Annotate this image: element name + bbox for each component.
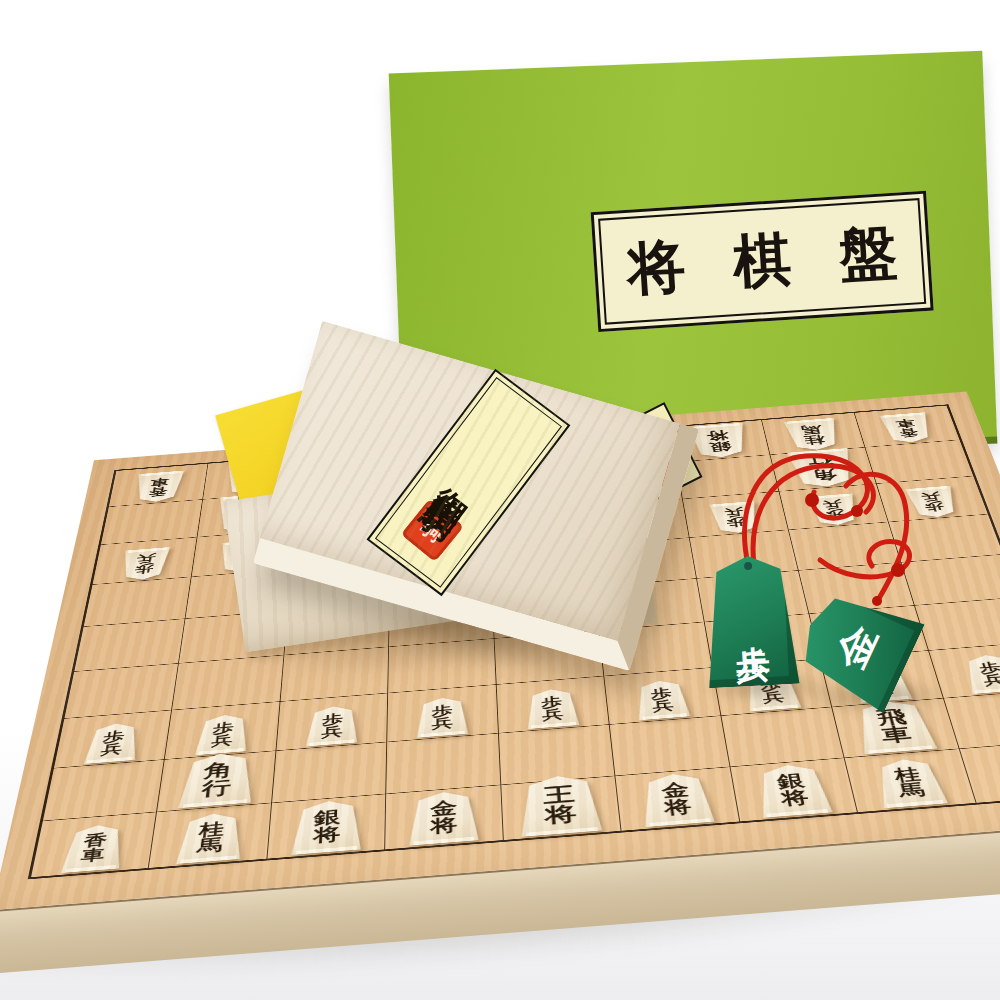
piece-face: 歩兵	[850, 662, 913, 703]
shogi-piece: 歩兵	[305, 704, 360, 746]
board-cell: 金将	[616, 767, 740, 831]
piece-face: 歩兵	[525, 687, 581, 729]
board-cell: 歩兵	[604, 668, 721, 725]
piece-face: 歩兵	[959, 653, 1000, 694]
board-cell: 銀将	[267, 794, 386, 859]
board-cell: 王将	[501, 776, 622, 840]
board-cell: 歩兵	[387, 685, 498, 743]
piece-face: 桂馬	[175, 811, 246, 864]
shogi-piece: 桂馬	[783, 418, 844, 452]
shogi-piece: 桂馬	[175, 811, 246, 864]
piece-face: 歩兵	[416, 696, 469, 738]
board-cell	[914, 597, 1000, 650]
shogi-piece: 歩兵	[806, 493, 862, 526]
piece-face: 歩兵	[806, 493, 862, 526]
shogi-piece: 金将	[638, 771, 717, 827]
shogi-piece: 歩兵	[416, 696, 469, 738]
shogi-piece: 歩兵	[83, 722, 143, 764]
shogi-piece: 銀将	[752, 762, 834, 818]
piece-face: 金将	[638, 771, 717, 827]
shogi-piece: 香車	[60, 823, 128, 873]
box-lid-title: 御将棋駒	[443, 459, 494, 506]
board-cell: 金将	[385, 785, 503, 849]
piece-face: 歩兵	[633, 679, 691, 721]
red-seal-stamp: 駒	[401, 499, 464, 562]
piece-face: 角行	[176, 751, 257, 809]
shogi-piece: 歩兵	[850, 662, 913, 703]
shogi-piece: 香車	[990, 750, 1000, 798]
piece-face: 香車	[60, 823, 128, 873]
shogi-piece: 歩兵	[118, 547, 171, 581]
board-cell	[721, 707, 845, 767]
shogi-piece: 金将	[408, 789, 481, 845]
shogi-set-photo: 将棋盤 香車桂馬銀将金将玉将金将銀将桂馬香車飛車角行歩兵歩兵歩兵歩兵歩兵歩兵歩兵…	[0, 0, 1000, 1000]
piece-face: 歩兵	[83, 722, 143, 764]
piece-face: 歩兵	[305, 704, 360, 746]
package-title: 将棋盤	[577, 211, 947, 312]
piece-face: 歩兵	[742, 670, 803, 711]
board-cell	[272, 742, 388, 803]
piece-face: 金将	[408, 789, 481, 845]
board-cell: 香車	[31, 812, 157, 877]
shogi-piece: 歩兵	[525, 687, 581, 729]
piece-face: 銀将	[290, 798, 364, 855]
board-cell: 桂馬	[149, 803, 272, 868]
shogi-piece: 銀将	[290, 798, 364, 855]
board-cell	[901, 555, 1000, 606]
piece-face: 歩兵	[904, 485, 962, 518]
board-cell	[610, 716, 730, 776]
piece-face: 桂馬	[783, 418, 844, 452]
piece-face: 香車	[878, 412, 936, 444]
board-cell	[387, 733, 502, 794]
shogi-piece: 歩兵	[904, 485, 962, 518]
piece-face: 銀将	[752, 762, 834, 818]
shogi-piece: 王将	[517, 773, 604, 837]
shogi-piece: 角行	[176, 751, 257, 809]
board-cell: 歩兵	[276, 693, 388, 751]
piece-face: 歩兵	[118, 547, 171, 581]
board-cell: 歩兵	[821, 651, 944, 708]
shogi-piece: 歩兵	[194, 713, 251, 755]
shogi-piece: 香車	[878, 412, 936, 444]
piece-face: 桂馬	[871, 757, 950, 808]
board-cell: 飛車	[832, 698, 959, 758]
piece-box-group: 御将棋駒 駒	[225, 300, 725, 660]
piece-face: 飛車	[850, 698, 939, 754]
shogi-piece: 角行	[786, 448, 860, 489]
shogi-piece: 香車	[132, 471, 185, 504]
shogi-piece: 歩兵	[959, 653, 1000, 694]
shogi-piece: 飛車	[850, 698, 939, 754]
box-lid-label: 御将棋駒 駒	[367, 369, 571, 596]
seal-character: 駒	[416, 514, 449, 548]
piece-face: 角行	[786, 448, 860, 489]
board-cell: 銀将	[730, 758, 858, 821]
board-cell: 歩兵	[712, 659, 832, 716]
piece-face: 歩兵	[194, 713, 251, 755]
piece-face: 王将	[517, 773, 604, 837]
shogi-piece: 歩兵	[633, 679, 691, 721]
board-cell: 歩兵	[496, 676, 609, 733]
shogi-piece: 歩兵	[742, 670, 803, 711]
board-cell: 桂馬	[845, 749, 976, 812]
board-cell: 角行	[157, 751, 276, 812]
piece-face: 香車	[132, 471, 185, 504]
shogi-piece: 桂馬	[871, 757, 950, 808]
piece-face: 香車	[990, 750, 1000, 798]
